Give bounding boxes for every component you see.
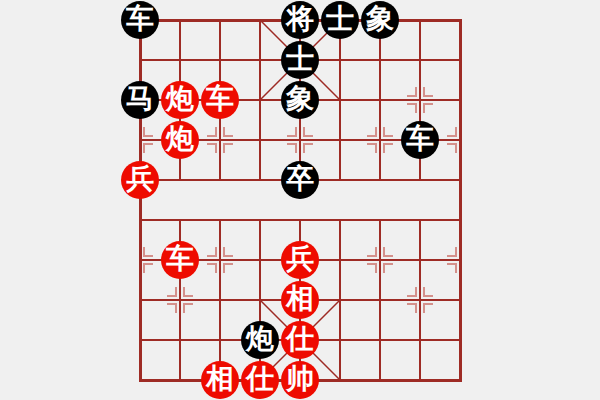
red-elephant[interactable]: 相 xyxy=(281,281,319,319)
red-soldier-glyph: 兵 xyxy=(126,165,154,193)
black-soldier[interactable]: 卒 xyxy=(281,161,319,199)
black-advisor[interactable]: 士 xyxy=(281,41,319,79)
black-chariot-glyph: 车 xyxy=(406,125,434,153)
black-elephant-glyph: 象 xyxy=(286,85,314,113)
black-elephant[interactable]: 象 xyxy=(281,81,319,119)
red-elephant-glyph: 相 xyxy=(286,285,314,313)
red-advisor-glyph: 仕 xyxy=(246,365,274,393)
red-cannon-glyph: 炮 xyxy=(166,125,194,153)
red-general[interactable]: 帅 xyxy=(281,361,319,399)
black-chariot-glyph: 车 xyxy=(126,5,154,33)
red-soldier[interactable]: 兵 xyxy=(281,241,319,279)
black-general-glyph: 将 xyxy=(286,5,314,33)
red-elephant[interactable]: 相 xyxy=(201,361,239,399)
black-chariot[interactable]: 车 xyxy=(401,121,439,159)
black-horse[interactable]: 马 xyxy=(121,81,159,119)
red-chariot-glyph: 车 xyxy=(166,245,194,273)
red-soldier[interactable]: 兵 xyxy=(121,161,159,199)
red-advisor[interactable]: 仕 xyxy=(281,321,319,359)
black-advisor[interactable]: 士 xyxy=(321,1,359,39)
red-chariot[interactable]: 车 xyxy=(201,81,239,119)
black-soldier-glyph: 卒 xyxy=(286,165,314,193)
red-general-glyph: 帅 xyxy=(286,365,314,393)
black-elephant-glyph: 象 xyxy=(366,5,394,33)
black-horse-glyph: 马 xyxy=(126,85,154,113)
black-cannon-glyph: 炮 xyxy=(246,325,274,353)
black-chariot[interactable]: 车 xyxy=(121,1,159,39)
red-cannon[interactable]: 炮 xyxy=(161,121,199,159)
black-advisor-glyph: 士 xyxy=(326,5,354,33)
red-advisor[interactable]: 仕 xyxy=(241,361,279,399)
red-chariot[interactable]: 车 xyxy=(161,241,199,279)
black-advisor-glyph: 士 xyxy=(286,45,314,73)
black-elephant[interactable]: 象 xyxy=(361,1,399,39)
piece-layer: 车将士象士马炮车象炮车兵卒车兵相炮仕相仕帅 xyxy=(120,0,480,400)
red-cannon[interactable]: 炮 xyxy=(161,81,199,119)
xiangqi-board-screen: 车将士象士马炮车象炮车兵卒车兵相炮仕相仕帅 xyxy=(0,0,600,400)
red-soldier-glyph: 兵 xyxy=(286,245,314,273)
red-advisor-glyph: 仕 xyxy=(286,325,314,353)
black-general[interactable]: 将 xyxy=(281,1,319,39)
red-elephant-glyph: 相 xyxy=(206,365,234,393)
red-chariot-glyph: 车 xyxy=(206,85,234,113)
red-cannon-glyph: 炮 xyxy=(166,85,194,113)
black-cannon[interactable]: 炮 xyxy=(241,321,279,359)
